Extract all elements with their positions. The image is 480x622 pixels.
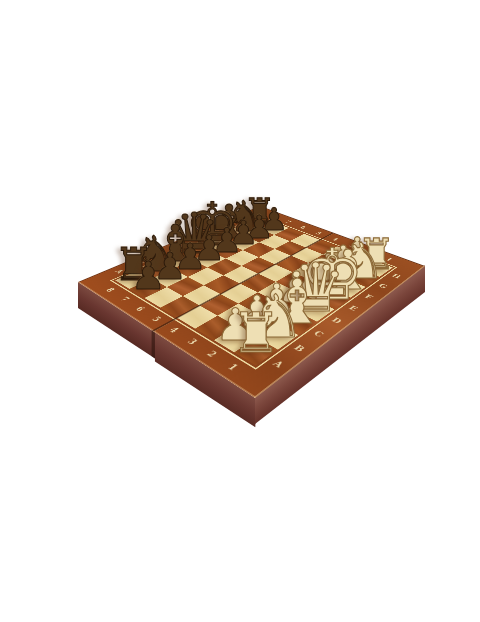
- white-rook-a1[interactable]: ♜: [231, 306, 280, 361]
- product-photo-scene: AABBCCDDEEFFGGHH1122334455667788 ♜♞♝♛♚♝♞…: [0, 0, 480, 622]
- black-pawn-a7[interactable]: ♟: [131, 257, 166, 296]
- piece-layer: ♜♞♝♛♚♝♞♜♟♟♟♟♟♟♟♟♟♟♟♟♟♟♟♟♜♞♝♛♚♝♞♜: [0, 0, 480, 622]
